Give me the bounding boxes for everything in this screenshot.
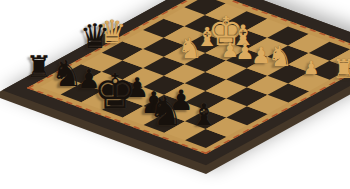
white-knight-k-piece[interactable]: ♞ (266, 43, 294, 71)
black-king-piece[interactable]: ♚ (91, 67, 139, 115)
black-queen-piece[interactable]: ♛ (78, 19, 112, 53)
white-knight-adv-piece[interactable]: ♞ (176, 35, 204, 63)
white-rook-piece[interactable]: ♜ (331, 56, 350, 82)
black-knight-k-piece[interactable]: ♞ (146, 91, 186, 131)
white-pawn-h-piece[interactable]: ♟ (302, 59, 320, 77)
product-photo-scene: ♜♞♛♟♚♟♟♞♟♝♛♞♝♚♟♝♟♟♞♟♜ (0, 0, 350, 189)
black-bishop-piece[interactable]: ♝ (189, 100, 219, 130)
